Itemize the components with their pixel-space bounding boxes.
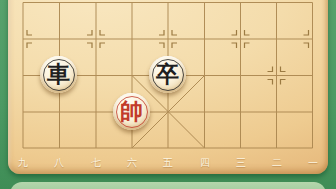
- file-label-3: 三: [230, 156, 252, 170]
- file-label-4: 四: [194, 156, 216, 170]
- file-label-7: 七: [85, 156, 107, 170]
- app-screen: 車 卒 帥 九 八 七 六 五 四 三 二 一: [0, 0, 336, 189]
- file-label-6: 六: [121, 156, 143, 170]
- piece-glyph: 車: [47, 62, 70, 85]
- file-label-2: 二: [266, 156, 288, 170]
- piece-black-chariot[interactable]: 車: [40, 56, 77, 93]
- piece-glyph: 卒: [156, 62, 179, 85]
- piece-red-general[interactable]: 帥: [113, 93, 150, 130]
- piece-black-soldier[interactable]: 卒: [149, 56, 186, 93]
- file-label-9: 九: [12, 156, 34, 170]
- bottom-panel: [10, 182, 326, 189]
- file-label-1: 一: [302, 156, 324, 170]
- file-label-5: 五: [157, 156, 179, 170]
- file-label-8: 八: [48, 156, 70, 170]
- piece-glyph: 帥: [120, 99, 143, 122]
